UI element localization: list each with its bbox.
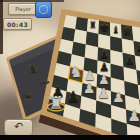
- timer-value: 00:43: [7, 21, 28, 28]
- game-screen: ♜♚♝♛♟♟♟♟♜♞♟♟♟♟♟♟♟♟♟♜♚♞♝♞ Player 00:43 ↶: [0, 0, 140, 140]
- player-name-label: Player: [15, 6, 31, 12]
- player-name-chip: Player: [8, 3, 38, 15]
- move-timer: 00:43: [3, 18, 32, 30]
- letterbox-bar: [0, 135, 140, 140]
- avatar-icon: [39, 5, 48, 14]
- undo-button[interactable]: ↶: [4, 119, 33, 136]
- undo-icon: ↶: [14, 121, 23, 132]
- avatar-button[interactable]: [35, 1, 52, 18]
